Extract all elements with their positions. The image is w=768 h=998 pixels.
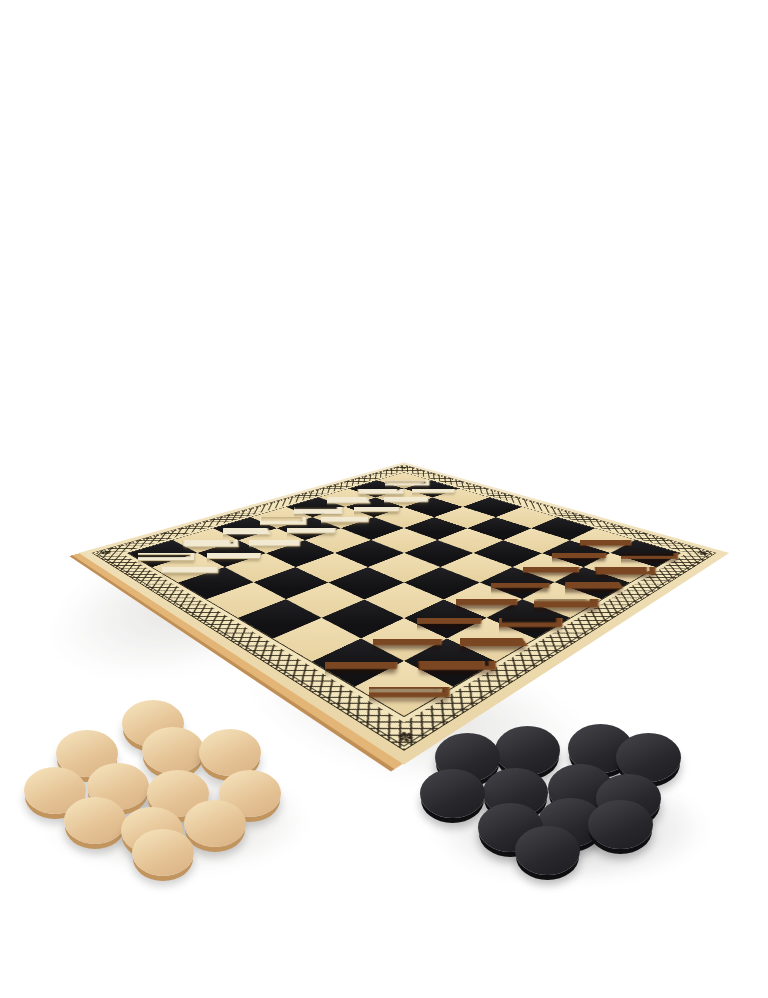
corner-rosette-icon: ✽	[392, 729, 419, 745]
checker-disc-dark[interactable]	[420, 769, 485, 818]
chess-set-product-photo: ✽ ✽ ✽ ✽ ♜♟♟♜♞♟♟♞♝♟♟♝♚♟♟♚♛♟♟♛♝♟♟♝♞♟♟♞♜♟♟♜	[0, 0, 768, 998]
checker-disc-dark[interactable]	[495, 726, 560, 775]
checker-disc-light[interactable]	[132, 829, 194, 876]
checker-disc-light[interactable]	[199, 729, 261, 776]
corner-rosette-icon: ✽	[397, 466, 409, 470]
checker-disc-light[interactable]	[184, 800, 246, 847]
checker-disc-dark[interactable]	[588, 800, 653, 849]
checker-disc-light[interactable]	[64, 797, 126, 844]
checker-disc-dark[interactable]	[515, 826, 580, 875]
corner-rosette-icon: ✽	[695, 550, 711, 557]
checker-disc-light[interactable]	[142, 727, 204, 774]
